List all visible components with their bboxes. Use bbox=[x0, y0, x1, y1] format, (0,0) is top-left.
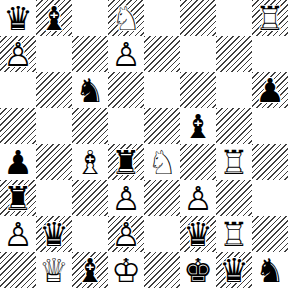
piece-black-rook: ♜♜ bbox=[0, 180, 36, 216]
square-b5[interactable] bbox=[36, 108, 72, 144]
square-g7[interactable] bbox=[216, 36, 252, 72]
piece-black-bishop: ♝♝ bbox=[180, 108, 216, 144]
black-rook-icon: ♜ bbox=[0, 180, 36, 216]
white-bishop-icon: ♗ bbox=[72, 144, 108, 180]
square-f2[interactable]: ♛♛ bbox=[180, 216, 216, 252]
square-f4[interactable] bbox=[180, 144, 216, 180]
piece-black-knight: ♞♞ bbox=[252, 252, 288, 288]
square-g4[interactable]: ♜♖ bbox=[216, 144, 252, 180]
square-e2[interactable] bbox=[144, 216, 180, 252]
piece-white-king: ♚♔ bbox=[108, 252, 144, 288]
square-g8[interactable] bbox=[216, 0, 252, 36]
white-rook-icon: ♖ bbox=[216, 216, 252, 252]
black-bishop-icon: ♝ bbox=[36, 0, 72, 36]
piece-black-queen: ♛♛ bbox=[0, 0, 36, 36]
white-pawn-icon: ♙ bbox=[108, 180, 144, 216]
piece-black-bishop: ♝♝ bbox=[36, 0, 72, 36]
square-b1[interactable]: ♛♕ bbox=[36, 252, 72, 288]
square-h6[interactable]: ♟♟ bbox=[252, 72, 288, 108]
white-pawn-icon: ♙ bbox=[108, 36, 144, 72]
white-knight-icon: ♘ bbox=[108, 0, 144, 36]
piece-white-knight: ♞♘ bbox=[108, 0, 144, 36]
black-pawn-icon: ♟ bbox=[252, 72, 288, 108]
white-pawn-icon: ♙ bbox=[0, 36, 36, 72]
black-king-icon: ♚ bbox=[180, 252, 216, 288]
square-c6[interactable]: ♞♞ bbox=[72, 72, 108, 108]
square-c7[interactable] bbox=[72, 36, 108, 72]
square-e6[interactable] bbox=[144, 72, 180, 108]
piece-white-bishop: ♝♗ bbox=[72, 144, 108, 180]
piece-white-rook: ♜♖ bbox=[216, 216, 252, 252]
white-rook-icon: ♖ bbox=[216, 144, 252, 180]
black-queen-icon: ♛ bbox=[180, 216, 216, 252]
chess-board: ♛♛♝♝♞♘♜♖♟♙♟♙♞♞♟♟♝♝♟♟♝♗♜♜♞♘♜♖♜♜♟♙♟♙♟♙♛♛♟♙… bbox=[0, 0, 288, 288]
square-h4[interactable] bbox=[252, 144, 288, 180]
white-knight-icon: ♘ bbox=[144, 144, 180, 180]
square-b7[interactable] bbox=[36, 36, 72, 72]
white-pawn-icon: ♙ bbox=[0, 216, 36, 252]
square-g3[interactable] bbox=[216, 180, 252, 216]
square-d5[interactable] bbox=[108, 108, 144, 144]
square-g1[interactable]: ♛♛ bbox=[216, 252, 252, 288]
square-h5[interactable] bbox=[252, 108, 288, 144]
square-e1[interactable] bbox=[144, 252, 180, 288]
black-queen-icon: ♛ bbox=[0, 0, 36, 36]
piece-white-pawn: ♟♙ bbox=[108, 36, 144, 72]
piece-white-pawn: ♟♙ bbox=[0, 216, 36, 252]
piece-black-queen: ♛♛ bbox=[216, 252, 252, 288]
square-e3[interactable] bbox=[144, 180, 180, 216]
square-f3[interactable]: ♟♙ bbox=[180, 180, 216, 216]
piece-white-rook: ♜♖ bbox=[252, 0, 288, 36]
square-d1[interactable]: ♚♔ bbox=[108, 252, 144, 288]
black-pawn-icon: ♟ bbox=[0, 144, 36, 180]
piece-black-bishop: ♝♝ bbox=[72, 252, 108, 288]
square-f5[interactable]: ♝♝ bbox=[180, 108, 216, 144]
square-h7[interactable] bbox=[252, 36, 288, 72]
square-d6[interactable] bbox=[108, 72, 144, 108]
square-c4[interactable]: ♝♗ bbox=[72, 144, 108, 180]
black-queen-icon: ♛ bbox=[216, 252, 252, 288]
square-d2[interactable]: ♟♙ bbox=[108, 216, 144, 252]
black-rook-icon: ♜ bbox=[108, 144, 144, 180]
piece-black-rook: ♜♜ bbox=[108, 144, 144, 180]
square-d4[interactable]: ♜♜ bbox=[108, 144, 144, 180]
piece-black-knight: ♞♞ bbox=[72, 72, 108, 108]
square-a5[interactable] bbox=[0, 108, 36, 144]
white-pawn-icon: ♙ bbox=[180, 180, 216, 216]
square-g2[interactable]: ♜♖ bbox=[216, 216, 252, 252]
black-knight-icon: ♞ bbox=[252, 252, 288, 288]
square-a4[interactable]: ♟♟ bbox=[0, 144, 36, 180]
piece-white-pawn: ♟♙ bbox=[180, 180, 216, 216]
piece-white-rook: ♜♖ bbox=[216, 144, 252, 180]
white-king-icon: ♔ bbox=[108, 252, 144, 288]
square-f8[interactable] bbox=[180, 0, 216, 36]
square-g6[interactable] bbox=[216, 72, 252, 108]
square-c2[interactable] bbox=[72, 216, 108, 252]
white-pawn-icon: ♙ bbox=[108, 216, 144, 252]
square-g5[interactable] bbox=[216, 108, 252, 144]
square-a3[interactable]: ♜♜ bbox=[0, 180, 36, 216]
square-h2[interactable] bbox=[252, 216, 288, 252]
square-b6[interactable] bbox=[36, 72, 72, 108]
square-c8[interactable] bbox=[72, 0, 108, 36]
black-bishop-icon: ♝ bbox=[72, 252, 108, 288]
square-f7[interactable] bbox=[180, 36, 216, 72]
piece-white-pawn: ♟♙ bbox=[0, 36, 36, 72]
square-d3[interactable]: ♟♙ bbox=[108, 180, 144, 216]
square-d7[interactable]: ♟♙ bbox=[108, 36, 144, 72]
square-e7[interactable] bbox=[144, 36, 180, 72]
black-queen-icon: ♛ bbox=[36, 216, 72, 252]
piece-white-queen: ♛♕ bbox=[36, 252, 72, 288]
piece-black-queen: ♛♛ bbox=[36, 216, 72, 252]
square-b3[interactable] bbox=[36, 180, 72, 216]
square-a8[interactable]: ♛♛ bbox=[0, 0, 36, 36]
square-e5[interactable] bbox=[144, 108, 180, 144]
black-knight-icon: ♞ bbox=[72, 72, 108, 108]
square-h1[interactable]: ♞♞ bbox=[252, 252, 288, 288]
piece-white-pawn: ♟♙ bbox=[108, 216, 144, 252]
square-b4[interactable] bbox=[36, 144, 72, 180]
square-c3[interactable] bbox=[72, 180, 108, 216]
piece-white-pawn: ♟♙ bbox=[108, 180, 144, 216]
square-b8[interactable]: ♝♝ bbox=[36, 0, 72, 36]
black-bishop-icon: ♝ bbox=[180, 108, 216, 144]
piece-black-queen: ♛♛ bbox=[180, 216, 216, 252]
white-queen-icon: ♕ bbox=[36, 252, 72, 288]
square-a2[interactable]: ♟♙ bbox=[0, 216, 36, 252]
square-c5[interactable] bbox=[72, 108, 108, 144]
square-a1[interactable] bbox=[0, 252, 36, 288]
piece-black-pawn: ♟♟ bbox=[252, 72, 288, 108]
square-b2[interactable]: ♛♛ bbox=[36, 216, 72, 252]
square-c1[interactable]: ♝♝ bbox=[72, 252, 108, 288]
square-d8[interactable]: ♞♘ bbox=[108, 0, 144, 36]
piece-black-king: ♚♚ bbox=[180, 252, 216, 288]
square-h3[interactable] bbox=[252, 180, 288, 216]
square-h8[interactable]: ♜♖ bbox=[252, 0, 288, 36]
square-a6[interactable] bbox=[0, 72, 36, 108]
white-rook-icon: ♖ bbox=[252, 0, 288, 36]
piece-black-pawn: ♟♟ bbox=[0, 144, 36, 180]
square-f6[interactable] bbox=[180, 72, 216, 108]
square-f1[interactable]: ♚♚ bbox=[180, 252, 216, 288]
square-e4[interactable]: ♞♘ bbox=[144, 144, 180, 180]
square-a7[interactable]: ♟♙ bbox=[0, 36, 36, 72]
piece-white-knight: ♞♘ bbox=[144, 144, 180, 180]
square-e8[interactable] bbox=[144, 0, 180, 36]
